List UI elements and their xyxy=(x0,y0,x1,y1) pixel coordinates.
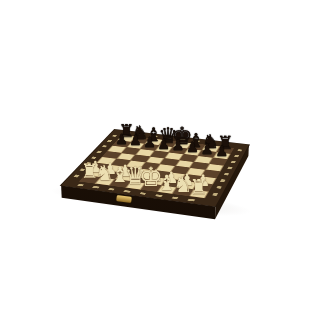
black-pawn[interactable]: ♟ xyxy=(186,140,199,155)
product-photo: ♜♞♝♛♚♝♞♜♟♟♟♟♟♟♟♟♟♟♟♟♟♟♟♟♜♞♝♛♚♝♞♜ xyxy=(0,0,320,320)
black-pawn[interactable]: ♟ xyxy=(157,136,170,150)
chess-set: ♜♞♝♛♚♝♞♜♟♟♟♟♟♟♟♟♟♟♟♟♟♟♟♟♜♞♝♛♚♝♞♜ xyxy=(0,0,320,320)
black-pawn[interactable]: ♟ xyxy=(115,132,128,146)
black-pawn[interactable]: ♟ xyxy=(143,135,156,149)
black-pawn[interactable]: ♟ xyxy=(129,133,142,147)
white-rook[interactable]: ♜ xyxy=(190,176,208,197)
black-pawn[interactable]: ♟ xyxy=(172,138,185,153)
black-pawn[interactable]: ♟ xyxy=(215,143,228,158)
black-pawn[interactable]: ♟ xyxy=(201,141,214,156)
